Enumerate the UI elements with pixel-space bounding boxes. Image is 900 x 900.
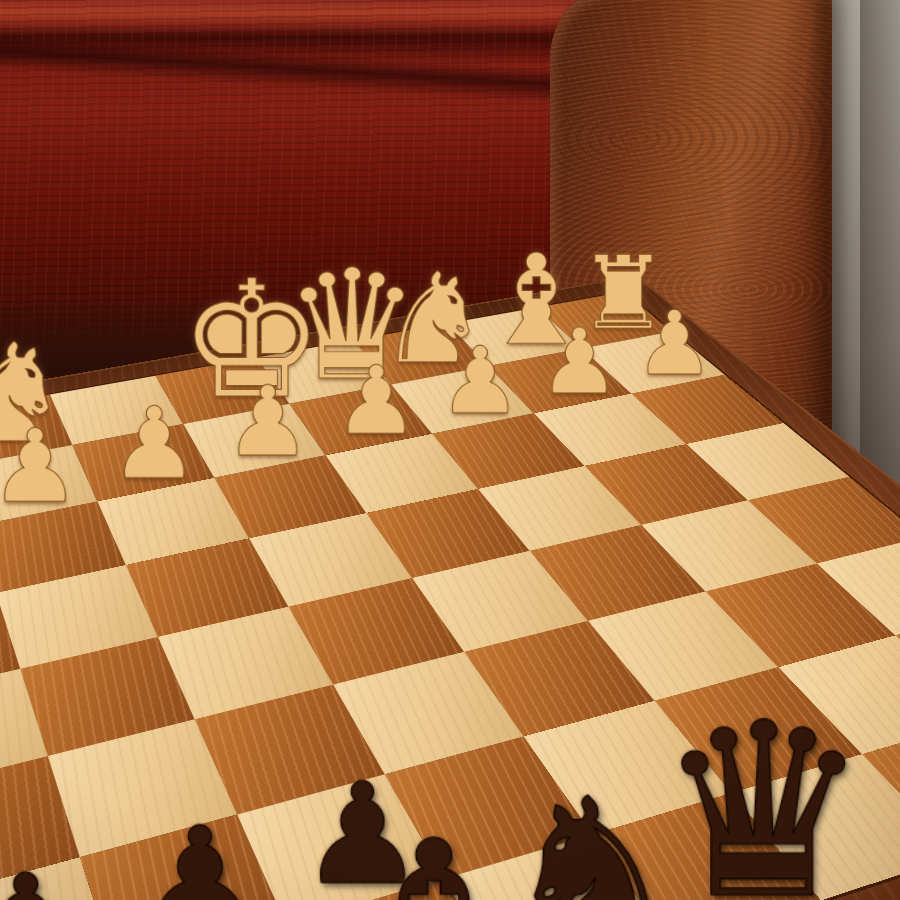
square-b4[interactable] (585, 444, 748, 525)
white-pawn-d2[interactable]: ♟ (320, 357, 434, 444)
chess-photo-scene: ♞♚♛♞♝♜♟♟♟♟♟♟♟♟♟♟♟♜♝♞♛ (0, 0, 900, 900)
black-bishop-f8[interactable]: ♝ (335, 821, 518, 900)
white-pawn-g2[interactable]: ♟ (0, 420, 96, 513)
chessboard-grid: ♞♚♛♞♝♜♟♟♟♟♟♟♟♟♟♟♟♜♝♞♛ (0, 292, 900, 900)
white-pawn-c2[interactable]: ♟ (425, 338, 536, 423)
black-pawn-h7[interactable]: ♟ (0, 861, 116, 900)
white-pawn-b2[interactable]: ♟ (525, 320, 634, 403)
square-g5[interactable] (20, 637, 194, 756)
white-pawn-a2[interactable]: ♟ (622, 303, 728, 384)
white-pawn-f2[interactable]: ♟ (95, 398, 214, 489)
square-e5[interactable] (288, 578, 464, 685)
white-pawn-e2[interactable]: ♟ (210, 377, 326, 466)
square-h7[interactable]: ♟ (0, 857, 117, 900)
wall-shadow-seam (860, 0, 900, 480)
